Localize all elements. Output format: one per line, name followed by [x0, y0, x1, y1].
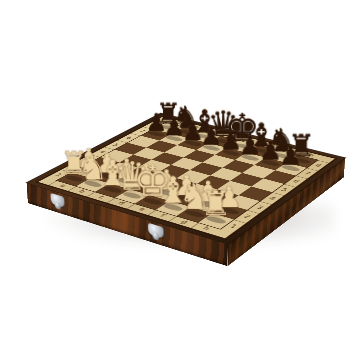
- chess-board: aabbccddeeffgghh8877665544332211 ♜♞♝♛♚♝♞…: [27, 113, 346, 244]
- piece-white-rook: ♜: [187, 187, 244, 221]
- clasp-icon: [50, 193, 64, 209]
- product-photo: aabbccddeeffgghh8877665544332211 ♜♞♝♛♚♝♞…: [0, 0, 350, 350]
- clasp-icon: [148, 223, 163, 240]
- scene: aabbccddeeffgghh8877665544332211 ♜♞♝♛♚♝♞…: [0, 0, 350, 350]
- coord-label-rank-6: 6: [284, 176, 309, 188]
